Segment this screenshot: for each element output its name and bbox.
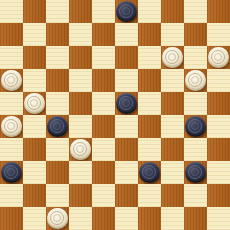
black-man-piece[interactable] xyxy=(47,116,68,137)
square-r4c9[interactable] xyxy=(207,92,230,115)
square-r4c2 xyxy=(46,92,69,115)
square-r3c6[interactable] xyxy=(138,69,161,92)
square-r2c4 xyxy=(92,46,115,69)
white-man-piece[interactable] xyxy=(1,70,22,91)
square-r4c8 xyxy=(184,92,207,115)
square-r6c8 xyxy=(184,138,207,161)
black-man-piece[interactable] xyxy=(116,93,137,114)
square-r9c8[interactable] xyxy=(184,207,207,230)
square-r1c3 xyxy=(69,23,92,46)
square-r7c3 xyxy=(69,161,92,184)
square-r0c4 xyxy=(92,0,115,23)
square-r3c7 xyxy=(161,69,184,92)
square-r2c2 xyxy=(46,46,69,69)
square-r9c2[interactable] xyxy=(46,207,69,230)
square-r8c0 xyxy=(0,184,23,207)
square-r7c8[interactable] xyxy=(184,161,207,184)
square-r0c5[interactable] xyxy=(115,0,138,23)
square-r9c4[interactable] xyxy=(92,207,115,230)
square-r2c3[interactable] xyxy=(69,46,92,69)
white-man-piece[interactable] xyxy=(208,47,229,68)
square-r5c7 xyxy=(161,115,184,138)
square-r2c1[interactable] xyxy=(23,46,46,69)
white-man-piece[interactable] xyxy=(185,70,206,91)
square-r8c2 xyxy=(46,184,69,207)
square-r2c8 xyxy=(184,46,207,69)
square-r8c6 xyxy=(138,184,161,207)
square-r5c0[interactable] xyxy=(0,115,23,138)
square-r1c2[interactable] xyxy=(46,23,69,46)
square-r0c3[interactable] xyxy=(69,0,92,23)
square-r2c6 xyxy=(138,46,161,69)
square-r6c7[interactable] xyxy=(161,138,184,161)
square-r5c8[interactable] xyxy=(184,115,207,138)
square-r8c4 xyxy=(92,184,115,207)
square-r4c5[interactable] xyxy=(115,92,138,115)
square-r7c4[interactable] xyxy=(92,161,115,184)
square-r8c7[interactable] xyxy=(161,184,184,207)
square-r2c0 xyxy=(0,46,23,69)
square-r1c7 xyxy=(161,23,184,46)
black-man-piece[interactable] xyxy=(185,116,206,137)
square-r9c1 xyxy=(23,207,46,230)
square-r0c1[interactable] xyxy=(23,0,46,23)
square-r6c4 xyxy=(92,138,115,161)
square-r7c5 xyxy=(115,161,138,184)
square-r4c1[interactable] xyxy=(23,92,46,115)
square-r7c0[interactable] xyxy=(0,161,23,184)
square-r5c6[interactable] xyxy=(138,115,161,138)
white-man-piece[interactable] xyxy=(162,47,183,68)
square-r3c2[interactable] xyxy=(46,69,69,92)
white-man-piece[interactable] xyxy=(1,116,22,137)
square-r5c9 xyxy=(207,115,230,138)
square-r1c9 xyxy=(207,23,230,46)
square-r9c0[interactable] xyxy=(0,207,23,230)
square-r6c6 xyxy=(138,138,161,161)
square-r6c0 xyxy=(0,138,23,161)
square-r4c0 xyxy=(0,92,23,115)
square-r5c2[interactable] xyxy=(46,115,69,138)
draughts-board xyxy=(0,0,230,230)
square-r7c7 xyxy=(161,161,184,184)
white-man-piece[interactable] xyxy=(47,208,68,229)
square-r9c7 xyxy=(161,207,184,230)
square-r0c7[interactable] xyxy=(161,0,184,23)
square-r0c2 xyxy=(46,0,69,23)
square-r3c1 xyxy=(23,69,46,92)
square-r8c3[interactable] xyxy=(69,184,92,207)
square-r2c5[interactable] xyxy=(115,46,138,69)
square-r8c8 xyxy=(184,184,207,207)
square-r7c9 xyxy=(207,161,230,184)
black-man-piece[interactable] xyxy=(139,162,160,183)
square-r7c2[interactable] xyxy=(46,161,69,184)
square-r9c5 xyxy=(115,207,138,230)
square-r1c4[interactable] xyxy=(92,23,115,46)
white-man-piece[interactable] xyxy=(70,139,91,160)
square-r5c3 xyxy=(69,115,92,138)
square-r3c9 xyxy=(207,69,230,92)
square-r3c5 xyxy=(115,69,138,92)
square-r3c3 xyxy=(69,69,92,92)
square-r5c5 xyxy=(115,115,138,138)
square-r8c9[interactable] xyxy=(207,184,230,207)
square-r6c2 xyxy=(46,138,69,161)
square-r0c9[interactable] xyxy=(207,0,230,23)
square-r1c1 xyxy=(23,23,46,46)
square-r7c1 xyxy=(23,161,46,184)
square-r3c0[interactable] xyxy=(0,69,23,92)
square-r6c3[interactable] xyxy=(69,138,92,161)
square-r4c3[interactable] xyxy=(69,92,92,115)
square-r5c4[interactable] xyxy=(92,115,115,138)
square-r1c6[interactable] xyxy=(138,23,161,46)
white-man-piece[interactable] xyxy=(24,93,45,114)
square-r6c1[interactable] xyxy=(23,138,46,161)
square-r1c5 xyxy=(115,23,138,46)
square-r3c8[interactable] xyxy=(184,69,207,92)
square-r0c0 xyxy=(0,0,23,23)
square-r2c7[interactable] xyxy=(161,46,184,69)
square-r4c7[interactable] xyxy=(161,92,184,115)
square-r2c9[interactable] xyxy=(207,46,230,69)
black-man-piece[interactable] xyxy=(1,162,22,183)
square-r3c4[interactable] xyxy=(92,69,115,92)
square-r8c1[interactable] xyxy=(23,184,46,207)
black-man-piece[interactable] xyxy=(116,1,137,22)
square-r4c4 xyxy=(92,92,115,115)
square-r6c9[interactable] xyxy=(207,138,230,161)
square-r5c1 xyxy=(23,115,46,138)
square-r1c0[interactable] xyxy=(0,23,23,46)
square-r7c6[interactable] xyxy=(138,161,161,184)
square-r4c6 xyxy=(138,92,161,115)
square-r9c9 xyxy=(207,207,230,230)
square-r9c3 xyxy=(69,207,92,230)
square-r6c5[interactable] xyxy=(115,138,138,161)
square-r1c8[interactable] xyxy=(184,23,207,46)
square-r0c6 xyxy=(138,0,161,23)
square-r8c5[interactable] xyxy=(115,184,138,207)
square-r0c8 xyxy=(184,0,207,23)
black-man-piece[interactable] xyxy=(185,162,206,183)
square-r9c6[interactable] xyxy=(138,207,161,230)
